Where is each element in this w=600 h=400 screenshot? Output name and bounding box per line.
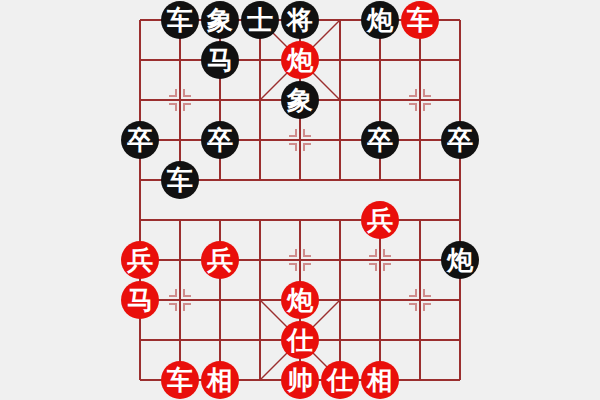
red-soldier[interactable]: 兵 [201, 241, 239, 279]
red-elephant[interactable]: 相 [361, 361, 399, 399]
black-general[interactable]: 将 [281, 1, 319, 39]
black-elephant[interactable]: 象 [201, 1, 239, 39]
red-cannon[interactable]: 炮 [281, 41, 319, 79]
red-advisor[interactable]: 仕 [281, 321, 319, 359]
red-soldier[interactable]: 兵 [121, 241, 159, 279]
black-soldier[interactable]: 卒 [441, 121, 479, 159]
pieces-layer: 车象士将炮车马炮象卒卒卒卒车兵兵兵炮马炮仕车相帅仕相 [120, 0, 480, 400]
xiangqi-app: 车象士将炮车马炮象卒卒卒卒车兵兵兵炮马炮仕车相帅仕相 [0, 0, 600, 400]
black-advisor[interactable]: 士 [241, 1, 279, 39]
black-chariot[interactable]: 车 [161, 161, 199, 199]
red-chariot[interactable]: 车 [401, 1, 439, 39]
black-cannon[interactable]: 炮 [441, 241, 479, 279]
red-general[interactable]: 帅 [281, 361, 319, 399]
xiangqi-board[interactable]: 车象士将炮车马炮象卒卒卒卒车兵兵兵炮马炮仕车相帅仕相 [0, 0, 600, 400]
black-soldier[interactable]: 卒 [201, 121, 239, 159]
red-cannon[interactable]: 炮 [281, 281, 319, 319]
red-horse[interactable]: 马 [121, 281, 159, 319]
red-soldier[interactable]: 兵 [361, 201, 399, 239]
red-elephant[interactable]: 相 [201, 361, 239, 399]
black-elephant[interactable]: 象 [281, 81, 319, 119]
black-soldier[interactable]: 卒 [361, 121, 399, 159]
black-horse[interactable]: 马 [201, 41, 239, 79]
black-chariot[interactable]: 车 [161, 1, 199, 39]
red-advisor[interactable]: 仕 [321, 361, 359, 399]
black-cannon[interactable]: 炮 [361, 1, 399, 39]
black-soldier[interactable]: 卒 [121, 121, 159, 159]
red-chariot[interactable]: 车 [161, 361, 199, 399]
